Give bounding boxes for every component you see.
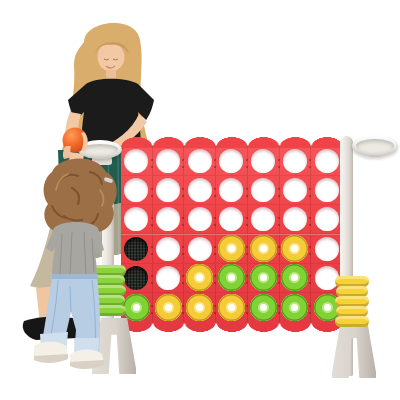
- child-shirt: [46, 222, 104, 278]
- product-photo-scene: [0, 0, 400, 400]
- child-figure: [0, 0, 400, 400]
